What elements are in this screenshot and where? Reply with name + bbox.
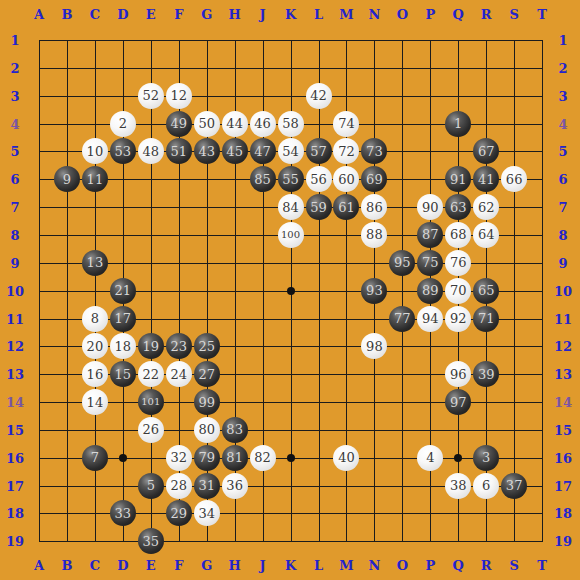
coord-left-8: 8 [10,227,19,242]
stone-move-21-D10: 21 [110,278,136,304]
coord-bottom-E: E [146,558,156,573]
stone-move-87-P8: 87 [417,222,443,248]
stone-move-100-K8: 100 [278,222,304,248]
stone-move-64-R8: 64 [473,222,499,248]
coord-right-1: 1 [558,33,567,48]
stone-move-23-F12: 23 [166,333,192,359]
stone-move-84-K7: 84 [278,194,304,220]
coord-bottom-Q: Q [453,558,464,573]
stone-move-13-C9: 13 [82,250,108,276]
stone-move-51-F5: 51 [166,138,192,164]
stone-move-4-P16: 4 [417,445,443,471]
stone-move-33-D18: 33 [110,500,136,526]
stone-move-27-G13: 27 [194,361,220,387]
stone-move-94-P11: 94 [417,306,443,332]
coord-right-7: 7 [558,200,567,215]
stone-move-63-Q7: 63 [445,194,471,220]
coord-right-14: 14 [554,395,572,410]
stone-move-58-K4: 58 [278,111,304,137]
coord-right-8: 8 [558,227,567,242]
stone-move-15-D13: 15 [110,361,136,387]
coord-left-7: 7 [10,200,19,215]
stone-move-46-J4: 46 [250,111,276,137]
stone-move-1-Q4: 1 [445,111,471,137]
coord-bottom-O: O [397,558,408,573]
coord-bottom-C: C [90,558,100,573]
stone-move-98-N12: 98 [361,333,387,359]
stone-move-92-Q11: 92 [445,306,471,332]
stone-move-70-Q10: 70 [445,278,471,304]
grid-hline [39,430,543,431]
coord-bottom-F: F [174,558,183,573]
star-point-K10 [287,287,295,295]
coord-right-3: 3 [558,88,567,103]
grid-hline [39,541,543,542]
stone-move-3-R16: 3 [473,445,499,471]
stone-move-99-G14: 99 [194,389,220,415]
coord-bottom-H: H [228,558,240,573]
coord-right-10: 10 [554,283,572,298]
stone-move-36-H17: 36 [222,473,248,499]
stone-move-35-E19: 35 [138,528,164,554]
coord-bottom-G: G [201,558,212,573]
coord-bottom-D: D [117,558,128,573]
stone-move-18-D12: 18 [110,333,136,359]
coord-top-E: E [146,7,156,22]
star-point-Q16 [454,454,462,462]
stone-move-83-H15: 83 [222,417,248,443]
coord-left-6: 6 [10,172,19,187]
stone-move-43-G5: 43 [194,138,220,164]
stone-move-2-D4: 2 [110,111,136,137]
coord-bottom-S: S [509,558,518,573]
stone-move-82-J16: 82 [250,445,276,471]
stone-move-41-R6: 41 [473,166,499,192]
stone-move-37-S17: 37 [501,473,527,499]
stone-move-8-C11: 8 [82,306,108,332]
coord-left-18: 18 [6,506,24,521]
coord-top-R: R [481,7,492,22]
coord-top-M: M [339,7,353,22]
stone-move-79-G16: 79 [194,445,220,471]
stone-move-65-R10: 65 [473,278,499,304]
coord-bottom-L: L [314,558,323,573]
stone-move-11-C6: 11 [82,166,108,192]
coord-left-5: 5 [10,144,19,159]
stone-move-96-Q13: 96 [445,361,471,387]
grid-vline [319,40,320,542]
stone-move-24-F13: 24 [166,361,192,387]
coord-left-17: 17 [6,478,24,493]
coord-left-10: 10 [6,283,24,298]
coord-right-13: 13 [554,367,572,382]
coord-top-P: P [425,7,435,22]
stone-move-60-M6: 60 [333,166,359,192]
stone-move-67-R5: 67 [473,138,499,164]
stone-move-9-B6: 9 [54,166,80,192]
stone-move-42-L3: 42 [306,83,332,109]
stone-move-53-D5: 53 [110,138,136,164]
stone-move-97-Q14: 97 [445,389,471,415]
coord-left-13: 13 [6,367,24,382]
coord-right-19: 19 [554,534,572,549]
coord-bottom-J: J [260,558,266,573]
stone-move-34-G18: 34 [194,500,220,526]
coord-left-2: 2 [10,60,19,75]
stone-move-62-R7: 62 [473,194,499,220]
stone-move-10-C5: 10 [82,138,108,164]
coord-bottom-M: M [339,558,353,573]
stone-move-39-R13: 39 [473,361,499,387]
coord-top-A: A [34,7,44,22]
grid-vline [402,40,403,542]
stone-move-6-R17: 6 [473,473,499,499]
coord-right-18: 18 [554,506,572,521]
coord-top-F: F [174,7,183,22]
coord-left-11: 11 [6,311,24,326]
stone-move-22-E13: 22 [138,361,164,387]
coord-right-4: 4 [558,116,567,131]
stone-move-55-K6: 55 [278,166,304,192]
coord-right-12: 12 [554,339,572,354]
coord-top-B: B [61,7,72,22]
coord-bottom-K: K [285,558,296,573]
stone-move-81-H16: 81 [222,445,248,471]
stone-move-47-J5: 47 [250,138,276,164]
coord-top-T: T [537,7,547,22]
coord-right-16: 16 [554,450,572,465]
stone-move-44-H4: 44 [222,111,248,137]
coord-top-L: L [314,7,323,22]
stone-move-54-K5: 54 [278,138,304,164]
stone-move-76-Q9: 76 [445,250,471,276]
stone-move-32-F16: 32 [166,445,192,471]
go-kifu-diagram: AABBCCDDEEFFGGHHJJKKLLMMNNOOPPQQRRSSTT11… [0,0,580,580]
stone-move-88-N8: 88 [361,222,387,248]
coord-right-17: 17 [554,478,572,493]
coord-top-G: G [201,7,212,22]
stone-move-48-E5: 48 [138,138,164,164]
coord-right-5: 5 [558,144,567,159]
coord-left-3: 3 [10,88,19,103]
stone-move-16-C13: 16 [82,361,108,387]
coord-bottom-N: N [368,558,380,573]
coord-right-9: 9 [558,255,567,270]
stone-move-59-L7: 59 [306,194,332,220]
stone-move-29-F18: 29 [166,500,192,526]
stone-move-57-L5: 57 [306,138,332,164]
coord-top-O: O [397,7,408,22]
stone-move-40-M16: 40 [333,445,359,471]
coord-bottom-R: R [481,558,492,573]
stone-move-14-C14: 14 [82,389,108,415]
stone-move-56-L6: 56 [306,166,332,192]
coord-left-9: 9 [10,255,19,270]
stone-move-85-J6: 85 [250,166,276,192]
stone-move-31-G17: 31 [194,473,220,499]
coord-bottom-T: T [537,558,547,573]
coord-bottom-A: A [34,558,44,573]
coord-right-15: 15 [554,422,572,437]
coord-left-19: 19 [6,534,24,549]
coord-left-1: 1 [10,33,19,48]
stone-move-38-Q17: 38 [445,473,471,499]
stone-move-5-E17: 5 [138,473,164,499]
stone-move-61-M7: 61 [333,194,359,220]
coord-top-Q: Q [453,7,464,22]
stone-move-74-M4: 74 [333,111,359,137]
coord-right-2: 2 [558,60,567,75]
stone-move-26-E15: 26 [138,417,164,443]
stone-move-52-E3: 52 [138,83,164,109]
star-point-K16 [287,454,295,462]
coord-left-4: 4 [10,116,19,131]
stone-move-49-F4: 49 [166,111,192,137]
coord-top-D: D [117,7,128,22]
stone-move-90-P7: 90 [417,194,443,220]
stone-move-66-S6: 66 [501,166,527,192]
coord-bottom-B: B [61,558,72,573]
coord-left-14: 14 [6,395,24,410]
coord-top-J: J [260,7,266,22]
stone-move-73-N5: 73 [361,138,387,164]
stone-move-93-N10: 93 [361,278,387,304]
coord-top-S: S [509,7,518,22]
coord-right-6: 6 [558,172,567,187]
stone-move-50-G4: 50 [194,111,220,137]
coord-left-12: 12 [6,339,24,354]
coord-left-16: 16 [6,450,24,465]
stone-move-19-E12: 19 [138,333,164,359]
stone-move-45-H5: 45 [222,138,248,164]
coord-top-N: N [368,7,380,22]
stone-move-69-N6: 69 [361,166,387,192]
stone-move-20-C12: 20 [82,333,108,359]
stone-move-25-G12: 25 [194,333,220,359]
stone-move-72-M5: 72 [333,138,359,164]
stone-move-71-R11: 71 [473,306,499,332]
grid-vline [542,40,543,542]
coord-top-H: H [228,7,240,22]
stone-move-75-P9: 75 [417,250,443,276]
stone-move-77-O11: 77 [389,306,415,332]
stone-move-86-N7: 86 [361,194,387,220]
grid-vline [514,40,515,542]
stone-move-28-F17: 28 [166,473,192,499]
stone-move-7-C16: 7 [82,445,108,471]
coord-top-K: K [285,7,296,22]
stone-move-80-G15: 80 [194,417,220,443]
stone-move-89-P10: 89 [417,278,443,304]
star-point-D16 [119,454,127,462]
stone-move-17-D11: 17 [110,306,136,332]
coord-right-11: 11 [554,311,572,326]
coord-bottom-P: P [425,558,435,573]
coord-top-C: C [90,7,100,22]
coord-left-15: 15 [6,422,24,437]
stone-move-91-Q6: 91 [445,166,471,192]
stone-move-68-Q8: 68 [445,222,471,248]
stone-move-101-E14: 101 [138,389,164,415]
stone-move-12-F3: 12 [166,83,192,109]
stone-move-95-O9: 95 [389,250,415,276]
